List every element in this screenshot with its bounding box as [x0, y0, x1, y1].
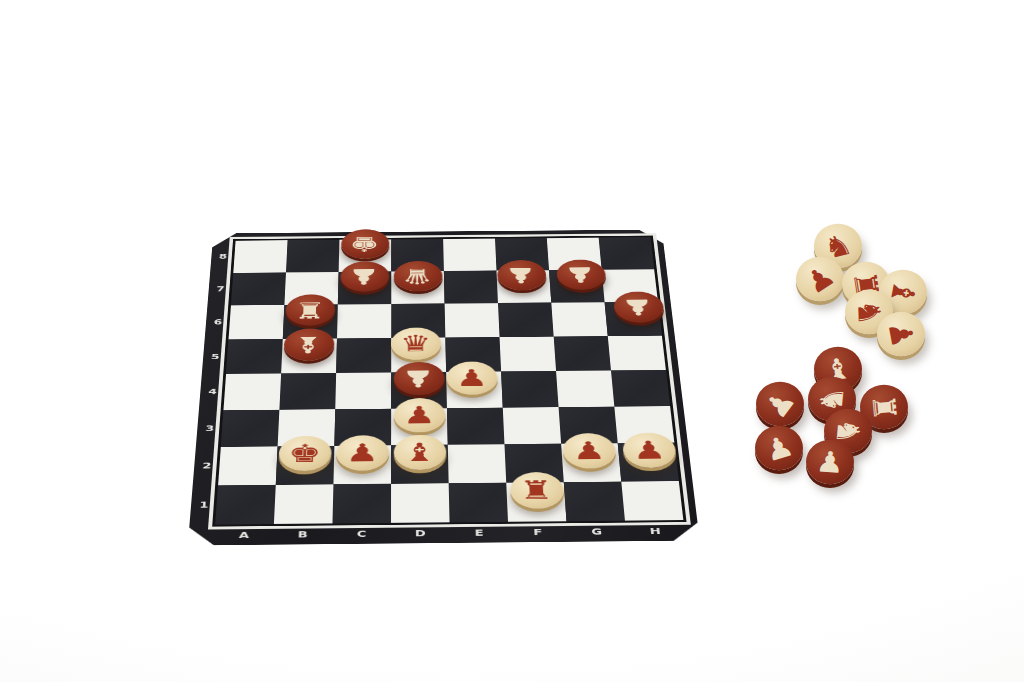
square-a6[interactable] — [229, 305, 285, 339]
piece-black-bishop-b5[interactable]: ♝ — [283, 328, 334, 361]
pawn-icon: ♟ — [631, 438, 667, 463]
pawn-icon: ♟ — [571, 438, 606, 463]
square-f1[interactable]: ♜ — [506, 482, 566, 522]
pawn-icon: ♟ — [403, 403, 436, 427]
captured-black-pawn[interactable]: ♟ — [755, 426, 803, 471]
square-d1[interactable] — [391, 483, 450, 523]
square-g1[interactable] — [564, 481, 625, 521]
rank-label-1: 1 — [196, 499, 213, 509]
captured-white-pawn[interactable]: ♟ — [877, 312, 925, 357]
square-b5[interactable]: ♝ — [281, 338, 337, 373]
king-icon: ♚ — [288, 441, 322, 466]
captured-black-pawn[interactable]: ♟ — [756, 382, 804, 427]
bishop-icon: ♝ — [403, 440, 436, 465]
square-g6[interactable] — [551, 302, 607, 336]
square-e2[interactable] — [448, 444, 506, 483]
piece-white-rook-f1[interactable]: ♜ — [509, 472, 564, 509]
square-h1[interactable] — [621, 481, 683, 521]
square-e3[interactable] — [447, 407, 505, 444]
piece-black-king-c8[interactable]: ♚ — [341, 229, 389, 259]
square-e4[interactable]: ♟ — [446, 372, 503, 408]
rook-icon: ♜ — [519, 477, 554, 503]
file-label-f: F — [529, 527, 548, 538]
square-f7[interactable]: ♟ — [496, 270, 551, 303]
chess-board: ♚♟♛♟♟♜♟♝♛♟♟♟♚♟♝♟♟♜ 12345678ABCDEFGH — [188, 230, 700, 546]
file-label-a: A — [235, 530, 254, 541]
rank-label-7: 7 — [213, 284, 228, 293]
queen-icon: ♛ — [400, 332, 432, 355]
pawn-icon: ♟ — [622, 296, 655, 318]
piece-white-bishop-d2[interactable]: ♝ — [393, 435, 446, 471]
pawn-icon: ♟ — [815, 447, 845, 478]
piece-black-queen-d7[interactable]: ♛ — [393, 261, 442, 292]
square-e7[interactable] — [444, 270, 498, 303]
square-h5[interactable] — [608, 335, 666, 370]
square-f6[interactable] — [498, 303, 554, 337]
square-d7[interactable]: ♛ — [391, 271, 444, 304]
file-label-e: E — [470, 527, 488, 538]
pawn-icon: ♟ — [349, 266, 380, 288]
pawn-icon: ♟ — [403, 367, 435, 391]
pawn-icon: ♟ — [761, 430, 797, 465]
pawn-icon: ♟ — [455, 366, 488, 390]
square-a8[interactable] — [233, 240, 287, 272]
square-c6[interactable] — [337, 304, 391, 338]
piece-white-pawn-h2[interactable]: ♟ — [621, 433, 677, 469]
piece-white-king-b2[interactable]: ♚ — [278, 436, 332, 472]
bishop-icon: ♝ — [292, 333, 325, 356]
pawn-icon: ♟ — [505, 264, 537, 286]
piece-black-pawn-f7[interactable]: ♟ — [496, 260, 546, 291]
file-label-d: D — [411, 528, 429, 539]
pawn-icon: ♟ — [345, 441, 378, 466]
square-a3[interactable] — [221, 409, 280, 447]
rank-label-4: 4 — [205, 387, 221, 396]
rook-icon: ♜ — [294, 299, 326, 321]
square-g2[interactable]: ♟ — [561, 443, 621, 482]
square-g5[interactable] — [554, 336, 611, 371]
photo-scene: ♚♟♛♟♟♜♟♝♛♟♟♟♚♟♝♟♟♜ 12345678ABCDEFGH ♞♟♜♝… — [0, 0, 1024, 682]
rank-label-6: 6 — [210, 318, 225, 327]
square-a1[interactable] — [215, 485, 275, 525]
square-c1[interactable] — [332, 483, 391, 523]
square-e1[interactable] — [449, 482, 508, 522]
square-e6[interactable] — [445, 303, 500, 337]
rank-label-3: 3 — [202, 423, 218, 433]
file-label-h: H — [646, 526, 665, 536]
square-c7[interactable]: ♟ — [338, 271, 391, 304]
rank-label-2: 2 — [199, 461, 215, 471]
file-label-c: C — [353, 529, 371, 540]
piece-white-pawn-d3[interactable]: ♟ — [393, 398, 445, 433]
square-c2[interactable]: ♟ — [333, 445, 391, 484]
square-b2[interactable]: ♚ — [276, 446, 335, 485]
square-b8[interactable] — [286, 240, 339, 272]
square-h8[interactable] — [599, 237, 654, 269]
piece-black-pawn-c7[interactable]: ♟ — [340, 261, 389, 292]
pawn-icon: ♟ — [759, 385, 800, 423]
square-h2[interactable]: ♟ — [618, 443, 679, 482]
piece-white-pawn-e4[interactable]: ♟ — [446, 362, 498, 395]
square-f3[interactable] — [503, 407, 561, 444]
pawn-icon: ♟ — [800, 260, 841, 298]
square-g7[interactable]: ♟ — [549, 269, 605, 302]
king-icon: ♚ — [350, 234, 381, 255]
square-b1[interactable] — [274, 484, 334, 524]
file-label-b: B — [294, 529, 312, 540]
square-a5[interactable] — [226, 339, 283, 374]
square-h6[interactable]: ♟ — [605, 302, 662, 336]
captured-white-pawn[interactable]: ♟ — [796, 257, 844, 302]
piece-white-pawn-g2[interactable]: ♟ — [561, 433, 616, 469]
rank-label-5: 5 — [208, 352, 224, 361]
square-a7[interactable] — [231, 272, 286, 305]
piece-black-rook-b6[interactable]: ♜ — [285, 294, 336, 326]
square-f5[interactable] — [500, 336, 557, 371]
queen-icon: ♛ — [402, 265, 433, 287]
square-h4[interactable] — [611, 370, 670, 406]
piece-black-pawn-d4[interactable]: ♟ — [393, 362, 444, 396]
piece-white-pawn-c2[interactable]: ♟ — [335, 435, 388, 471]
square-c5[interactable] — [336, 338, 391, 373]
rook-icon: ♜ — [867, 393, 900, 421]
piece-white-queen-d5[interactable]: ♛ — [390, 327, 441, 360]
square-d2[interactable]: ♝ — [391, 445, 449, 484]
board-grid: ♚♟♛♟♟♜♟♝♛♟♟♟♚♟♝♟♟♜ — [215, 237, 683, 524]
square-e8[interactable] — [443, 238, 496, 270]
square-f4[interactable] — [501, 371, 558, 407]
rank-label-8: 8 — [216, 252, 231, 260]
file-label-g: G — [587, 526, 606, 536]
captured-black-pawn[interactable]: ♟ — [806, 440, 854, 485]
pawn-icon: ♟ — [565, 264, 597, 286]
square-a2[interactable] — [218, 446, 278, 485]
pawn-icon: ♟ — [883, 319, 918, 349]
